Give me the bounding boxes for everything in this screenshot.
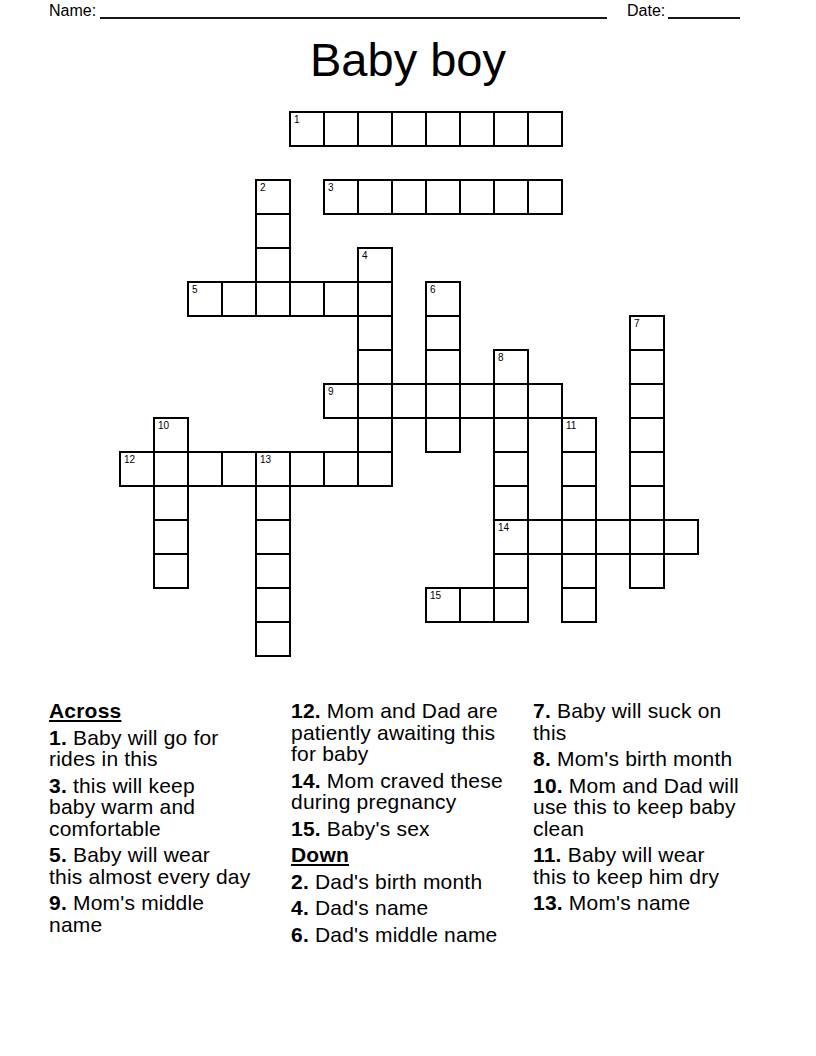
grid-cell-r5c9[interactable]: 6: [425, 281, 461, 317]
clue-number-label: 12.: [291, 699, 321, 722]
grid-cell-r4c7[interactable]: 4: [357, 247, 393, 283]
grid-cell-r14c13[interactable]: [561, 587, 597, 623]
cell-number-6: 6: [430, 284, 436, 295]
name-label: Name:: [49, 1, 96, 20]
grid-cell-r15c4[interactable]: [255, 621, 291, 657]
grid-cell-r10c13[interactable]: [561, 451, 597, 487]
clue-number-label: 13.: [533, 891, 563, 914]
clue-1-across: 1. Baby will go for rides in this: [49, 727, 285, 770]
grid-cell-r10c4[interactable]: 13: [255, 451, 291, 487]
cell-number-3: 3: [328, 182, 334, 193]
cell-number-15: 15: [430, 590, 441, 601]
grid-cell-r0c9[interactable]: [425, 111, 461, 147]
grid-cell-r7c7[interactable]: [357, 349, 393, 385]
clue-number-label: 9.: [49, 891, 67, 914]
grid-cell-r5c2[interactable]: 5: [187, 281, 223, 317]
grid-cell-r10c0[interactable]: 12: [119, 451, 155, 487]
grid-cell-r12c12[interactable]: [527, 519, 563, 555]
page-title: Baby boy: [0, 30, 816, 90]
grid-cell-r13c1[interactable]: [153, 553, 189, 589]
grid-cell-r10c7[interactable]: [357, 451, 393, 487]
date-blank-line: [668, 1, 740, 19]
grid-cell-r10c3[interactable]: [221, 451, 257, 487]
clue-13-down: 13. Mom's name: [533, 892, 778, 914]
grid-cell-r9c11[interactable]: [493, 417, 529, 453]
clue-5-across: 5. Baby will wear this almost every day: [49, 844, 285, 887]
clue-6-down: 6. Dad's middle name: [291, 924, 527, 946]
cell-number-13: 13: [260, 454, 271, 465]
grid-cell-r9c1[interactable]: 10: [153, 417, 189, 453]
grid-cell-r0c11[interactable]: [493, 111, 529, 147]
grid-cell-r2c7[interactable]: [357, 179, 393, 215]
grid-cell-r2c9[interactable]: [425, 179, 461, 215]
cell-number-14: 14: [498, 522, 509, 533]
grid-cell-r0c8[interactable]: [391, 111, 427, 147]
clue-column-2: 12. Mom and Dad are patiently awaiting t…: [291, 700, 527, 950]
grid-cell-r11c4[interactable]: [255, 485, 291, 521]
grid-cell-r12c1[interactable]: [153, 519, 189, 555]
grid-cell-r12c14[interactable]: [595, 519, 631, 555]
grid-cell-r0c10[interactable]: [459, 111, 495, 147]
cell-number-1: 1: [294, 114, 300, 125]
grid-cell-r12c4[interactable]: [255, 519, 291, 555]
grid-cell-r8c15[interactable]: [629, 383, 665, 419]
grid-cell-r2c6[interactable]: 3: [323, 179, 359, 215]
grid-cell-r9c7[interactable]: [357, 417, 393, 453]
clue-14-across: 14. Mom craved these during pregnancy: [291, 770, 527, 813]
grid-cell-r9c15[interactable]: [629, 417, 665, 453]
grid-cell-r7c9[interactable]: [425, 349, 461, 385]
grid-cell-r0c5[interactable]: 1: [289, 111, 325, 147]
grid-cell-r6c7[interactable]: [357, 315, 393, 351]
grid-cell-r8c10[interactable]: [459, 383, 495, 419]
cell-number-8: 8: [498, 352, 504, 363]
clue-15-across: 15. Baby's sex: [291, 818, 527, 840]
grid-cell-r8c9[interactable]: [425, 383, 461, 419]
clue-number-label: 5.: [49, 843, 67, 866]
grid-cell-r10c11[interactable]: [493, 451, 529, 487]
crossword-grid: 123456789101112131415: [119, 111, 699, 657]
worksheet-page: Name: Date: Baby boy 1234567891011121314…: [0, 0, 816, 1056]
grid-cell-r9c13[interactable]: 11: [561, 417, 597, 453]
grid-cell-r5c4[interactable]: [255, 281, 291, 317]
cell-number-5: 5: [192, 284, 198, 295]
clue-heading-across: Across: [49, 700, 285, 722]
grid-cell-r6c9[interactable]: [425, 315, 461, 351]
cell-number-7: 7: [634, 318, 640, 329]
grid-cell-r2c8[interactable]: [391, 179, 427, 215]
clue-number-label: 7.: [533, 699, 551, 722]
grid-cell-r10c15[interactable]: [629, 451, 665, 487]
grid-cell-r11c13[interactable]: [561, 485, 597, 521]
clue-12-across: 12. Mom and Dad are patiently awaiting t…: [291, 700, 527, 765]
grid-cell-r11c1[interactable]: [153, 485, 189, 521]
grid-cell-r0c6[interactable]: [323, 111, 359, 147]
clue-column-3: 7. Baby will suck on this8. Mom's birth …: [533, 700, 778, 919]
grid-cell-r3c4[interactable]: [255, 213, 291, 249]
grid-cell-r5c6[interactable]: [323, 281, 359, 317]
clue-number-label: 11.: [533, 843, 562, 866]
clue-4-down: 4. Dad's name: [291, 897, 527, 919]
grid-cell-r8c11[interactable]: [493, 383, 529, 419]
clue-number-label: 2.: [291, 870, 309, 893]
cell-number-4: 4: [362, 250, 368, 261]
grid-cell-r2c4[interactable]: 2: [255, 179, 291, 215]
grid-cell-r5c5[interactable]: [289, 281, 325, 317]
grid-cell-r8c6[interactable]: 9: [323, 383, 359, 419]
grid-cell-r10c1[interactable]: [153, 451, 189, 487]
grid-cell-r12c11[interactable]: 14: [493, 519, 529, 555]
grid-cell-r5c7[interactable]: [357, 281, 393, 317]
clue-column-1: Across1. Baby will go for rides in this3…: [49, 700, 285, 940]
grid-cell-r0c12[interactable]: [527, 111, 563, 147]
grid-cell-r13c4[interactable]: [255, 553, 291, 589]
date-label: Date:: [627, 1, 665, 20]
clue-11-down: 11. Baby will wear this to keep him dry: [533, 844, 778, 887]
grid-cell-r14c10[interactable]: [459, 587, 495, 623]
grid-cell-r2c12[interactable]: [527, 179, 563, 215]
grid-cell-r9c9[interactable]: [425, 417, 461, 453]
grid-cell-r14c4[interactable]: [255, 587, 291, 623]
grid-cell-r10c2[interactable]: [187, 451, 223, 487]
grid-cell-r11c11[interactable]: [493, 485, 529, 521]
grid-cell-r14c11[interactable]: [493, 587, 529, 623]
clue-7-down: 7. Baby will suck on this: [533, 700, 778, 743]
grid-cell-r12c13[interactable]: [561, 519, 597, 555]
cell-number-2: 2: [260, 182, 266, 193]
clue-number-label: 1.: [49, 726, 67, 749]
grid-cell-r11c15[interactable]: [629, 485, 665, 521]
grid-cell-r8c7[interactable]: [357, 383, 393, 419]
grid-cell-r2c11[interactable]: [493, 179, 529, 215]
clue-2-down: 2. Dad's birth month: [291, 871, 527, 893]
grid-cell-r0c7[interactable]: [357, 111, 393, 147]
grid-cell-r13c11[interactable]: [493, 553, 529, 589]
clue-heading-down: Down: [291, 844, 527, 866]
clue-number-label: 10.: [533, 774, 563, 797]
clue-number-label: 8.: [533, 747, 551, 770]
grid-cell-r10c6[interactable]: [323, 451, 359, 487]
clue-8-down: 8. Mom's birth month: [533, 748, 778, 770]
clue-10-down: 10. Mom and Dad will use this to keep ba…: [533, 775, 778, 840]
grid-cell-r4c4[interactable]: [255, 247, 291, 283]
grid-cell-r13c13[interactable]: [561, 553, 597, 589]
grid-cell-r13c15[interactable]: [629, 553, 665, 589]
grid-cell-r6c15[interactable]: 7: [629, 315, 665, 351]
clue-9-across: 9. Mom's middle name: [49, 892, 285, 935]
grid-cell-r8c12[interactable]: [527, 383, 563, 419]
cell-number-12: 12: [124, 454, 135, 465]
grid-cell-r10c5[interactable]: [289, 451, 325, 487]
name-blank-line: [100, 1, 607, 19]
cell-number-11: 11: [566, 420, 576, 431]
clue-number-label: 15.: [291, 817, 321, 840]
grid-cell-r12c16[interactable]: [663, 519, 699, 555]
grid-cell-r2c10[interactable]: [459, 179, 495, 215]
grid-cell-r7c11[interactable]: 8: [493, 349, 529, 385]
grid-cell-r14c9[interactable]: 15: [425, 587, 461, 623]
cell-number-10: 10: [158, 420, 169, 431]
cell-number-9: 9: [328, 386, 334, 397]
clue-3-across: 3. this will keep baby warm and comforta…: [49, 775, 285, 840]
clue-number-label: 4.: [291, 896, 309, 919]
clue-number-label: 3.: [49, 774, 67, 797]
grid-cell-r5c3[interactable]: [221, 281, 257, 317]
grid-cell-r8c8[interactable]: [391, 383, 427, 419]
clue-number-label: 6.: [291, 923, 309, 946]
clue-number-label: 14.: [291, 769, 321, 792]
grid-cell-r7c15[interactable]: [629, 349, 665, 385]
grid-cell-r12c15[interactable]: [629, 519, 665, 555]
